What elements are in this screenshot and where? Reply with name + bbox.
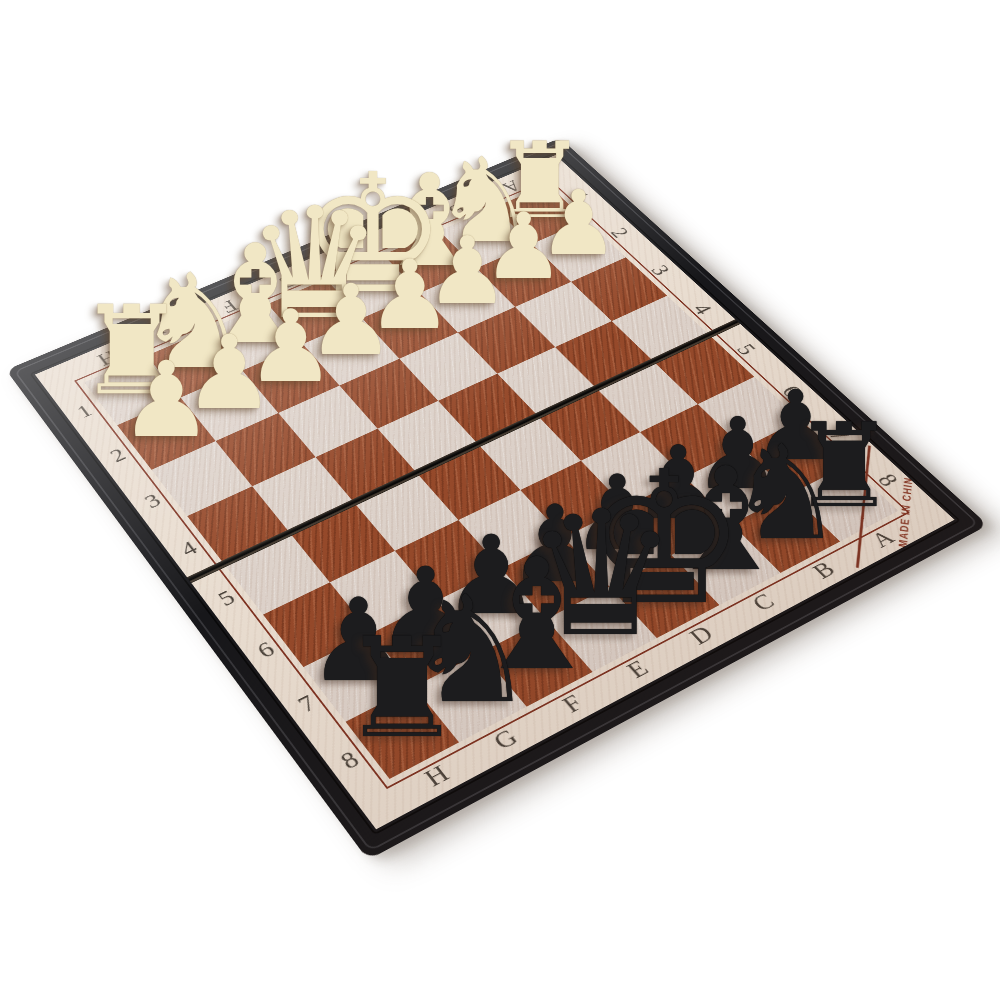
rank-label-right-4: 4 — [689, 301, 716, 317]
piece-white-pawn-h2[interactable]: ♟ — [119, 348, 213, 453]
piece-black-rook-h8[interactable]: ♜ — [340, 620, 464, 758]
rank-label-left-3: 3 — [140, 490, 164, 512]
rank-label-left-6: 6 — [252, 637, 278, 662]
rank-label-right-5: 5 — [732, 341, 759, 358]
product-photo-stage: MADE IN CHINA HHGGFFEEDDCCBBAA1122334455… — [0, 0, 1000, 1000]
rank-label-right-3: 3 — [647, 262, 673, 277]
rank-label-left-4: 4 — [176, 537, 201, 560]
rank-label-left-5: 5 — [213, 586, 238, 610]
